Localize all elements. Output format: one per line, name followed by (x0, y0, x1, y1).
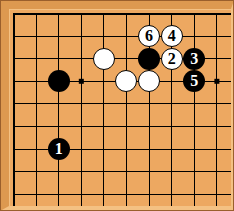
stone-white-4: 4 (161, 25, 183, 47)
stone-white (138, 70, 160, 92)
stone-white (115, 70, 137, 92)
stone-black (48, 70, 70, 92)
stone-white-2: 2 (161, 48, 183, 70)
stone-white (93, 48, 115, 70)
stones-layer: 642351 (2, 2, 228, 205)
stone-black-3: 3 (183, 48, 205, 70)
stone-black (138, 48, 160, 70)
stone-black-5: 5 (183, 70, 205, 92)
go-board-diagram: 642351 (0, 0, 234, 211)
stone-white-6: 6 (138, 25, 160, 47)
stone-black-1: 1 (48, 138, 70, 160)
